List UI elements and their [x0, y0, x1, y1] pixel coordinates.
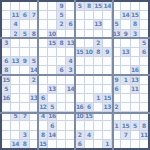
cell-r4c12[interactable]: [103, 30, 111, 38]
cell-r5c7: 8: [57, 39, 65, 47]
cell-r7c10[interactable]: [85, 57, 93, 65]
cell-r8c14[interactable]: [121, 66, 129, 74]
cell-r12c8[interactable]: [66, 103, 74, 111]
cell-r1c5[interactable]: [39, 2, 47, 10]
cell-r3c6[interactable]: [48, 20, 56, 28]
cell-r5c14[interactable]: [121, 39, 129, 47]
cell-r10c8: 14: [66, 85, 74, 93]
cell-r7c5[interactable]: [39, 57, 47, 65]
cell-r16c12: 1: [103, 140, 111, 148]
cell-r9c7[interactable]: [57, 76, 65, 84]
cell-r7c7[interactable]: [57, 57, 65, 65]
cell-r9c6[interactable]: [48, 76, 56, 84]
cell-r5c2[interactable]: [11, 39, 19, 47]
cell-r16c7[interactable]: [57, 140, 65, 148]
cell-r10c12[interactable]: [103, 85, 111, 93]
cell-r13c14[interactable]: [121, 112, 129, 120]
cell-r2c8[interactable]: [66, 11, 74, 19]
cell-r8c2[interactable]: [11, 66, 19, 74]
cell-r14c1[interactable]: [2, 121, 10, 129]
cell-r13c2: 5: [11, 112, 19, 120]
cell-r5c10[interactable]: [85, 39, 93, 47]
cell-r10c6: 13: [48, 85, 56, 93]
cell-r10c9[interactable]: [76, 85, 84, 93]
cell-r10c10[interactable]: [85, 85, 93, 93]
cell-r7c16[interactable]: [140, 57, 148, 65]
cell-r2c16[interactable]: [140, 11, 148, 19]
cell-r11c7[interactable]: [57, 94, 65, 102]
cell-r15c1[interactable]: [2, 131, 10, 139]
cell-r15c9: 2: [76, 131, 84, 139]
cell-r11c11: 1: [94, 94, 102, 102]
cell-r1c8[interactable]: [66, 2, 74, 10]
cell-r8c5[interactable]: [39, 66, 47, 74]
cell-r11c4: 13: [30, 94, 38, 102]
cell-r15c12[interactable]: [103, 131, 111, 139]
cell-r4c2: 2: [11, 30, 19, 38]
cell-r6c7[interactable]: [57, 48, 65, 56]
cell-r9c12[interactable]: [103, 76, 111, 84]
cell-r8c3[interactable]: [20, 66, 28, 74]
cell-r13c8[interactable]: [66, 112, 74, 120]
cell-r16c11[interactable]: [94, 140, 102, 148]
cell-r3c9[interactable]: [76, 20, 84, 28]
cell-r4c9[interactable]: [76, 30, 84, 38]
cell-r11c15[interactable]: [131, 94, 139, 102]
cell-r8c9[interactable]: [76, 66, 84, 74]
cell-r10c13: 6: [112, 85, 120, 93]
cell-r2c7: 5: [57, 11, 65, 19]
cell-r3c11: 13: [94, 20, 102, 28]
cell-r5c16: 5: [140, 39, 148, 47]
cell-r6c11: 8: [94, 48, 102, 56]
cell-r13c11[interactable]: [94, 112, 102, 120]
cell-r12c7[interactable]: [57, 103, 65, 111]
cell-r1c1[interactable]: [2, 2, 10, 10]
cell-r7c2: 13: [11, 57, 19, 65]
cell-r4c8[interactable]: [66, 30, 74, 38]
cell-r6c13[interactable]: [112, 48, 120, 56]
cell-r15c4[interactable]: [30, 131, 38, 139]
cell-r4c10[interactable]: [85, 30, 93, 38]
cell-r16c15[interactable]: [131, 140, 139, 148]
cell-r14c3[interactable]: [20, 121, 28, 129]
cell-r8c7: 6: [57, 66, 65, 74]
cell-r15c16: 11: [140, 131, 148, 139]
cell-r4c7[interactable]: [57, 30, 65, 38]
cell-r15c7[interactable]: [57, 131, 65, 139]
cell-r7c13[interactable]: [112, 57, 120, 65]
cell-r10c2[interactable]: [11, 85, 19, 93]
cell-r14c12[interactable]: [103, 121, 111, 129]
cell-r2c9[interactable]: [76, 11, 84, 19]
cell-r12c2[interactable]: [11, 103, 19, 111]
cell-r2c15: 15: [131, 11, 139, 19]
cell-r6c15[interactable]: [131, 48, 139, 56]
cell-r5c9[interactable]: [76, 39, 84, 47]
cell-r4c4: 8: [30, 30, 38, 38]
cell-r3c15: 8: [131, 20, 139, 28]
cell-r8c4: 14: [30, 66, 38, 74]
cell-r3c14[interactable]: [121, 20, 129, 28]
cell-r15c6: 14: [48, 131, 56, 139]
cell-r11c8[interactable]: [66, 94, 74, 102]
cell-r15c8[interactable]: [66, 131, 74, 139]
cell-r13c3: 7: [20, 112, 28, 120]
cell-r8c10[interactable]: [85, 66, 93, 74]
cell-r5c13[interactable]: [112, 39, 120, 47]
cell-r1c2[interactable]: [11, 2, 19, 10]
cell-r9c15: 13: [131, 76, 139, 84]
cell-r5c5[interactable]: [39, 39, 47, 47]
cell-r7c11[interactable]: [94, 57, 102, 65]
cell-r12c11[interactable]: [94, 103, 102, 111]
cell-r1c12: 14: [103, 2, 111, 10]
cell-r6c14: 13: [121, 48, 129, 56]
cell-r14c5[interactable]: [39, 121, 47, 129]
cell-r12c12: 13: [103, 103, 111, 111]
cell-r6c4[interactable]: [30, 48, 38, 56]
cell-r5c6: 15: [48, 39, 56, 47]
cell-r8c12[interactable]: [103, 66, 111, 74]
cell-r12c6: 5: [48, 103, 56, 111]
cell-r11c9[interactable]: [76, 94, 84, 102]
cell-r14c14: 15: [121, 121, 129, 129]
cell-r3c12[interactable]: [103, 20, 111, 28]
cell-r9c4: 2: [30, 76, 38, 84]
cell-r2c2: 11: [11, 11, 19, 19]
cell-r7c12[interactable]: [103, 57, 111, 65]
cell-r16c6[interactable]: [48, 140, 56, 148]
cell-r13c10: 15: [85, 112, 93, 120]
cell-r15c15[interactable]: [131, 131, 139, 139]
cell-r14c6: 6: [48, 121, 56, 129]
cell-r9c14: 1: [121, 76, 129, 84]
cell-r11c16[interactable]: [140, 94, 148, 102]
cell-r4c16[interactable]: [140, 30, 148, 38]
cell-r15c13[interactable]: [112, 131, 120, 139]
cell-r10c16[interactable]: [140, 85, 148, 93]
cell-r6c12: 9: [103, 48, 111, 56]
cell-r2c5[interactable]: [39, 11, 47, 19]
cell-r14c7[interactable]: [57, 121, 65, 129]
cell-r15c2[interactable]: [11, 131, 19, 139]
cell-r10c3[interactable]: [20, 85, 28, 93]
cell-r9c13: 9: [112, 76, 120, 84]
cell-r16c10[interactable]: [85, 140, 93, 148]
cell-r14c15: 5: [131, 121, 139, 129]
cell-r2c4: 7: [30, 11, 38, 19]
cell-r14c2[interactable]: [11, 121, 19, 129]
cell-r6c1[interactable]: [2, 48, 10, 56]
cell-r16c3: 8: [20, 140, 28, 148]
cell-r9c9[interactable]: [76, 76, 84, 84]
cell-r12c1[interactable]: [2, 103, 10, 111]
cell-r3c4[interactable]: [30, 20, 38, 28]
cell-r10c4[interactable]: [30, 85, 38, 93]
cell-r11c12: 15: [103, 94, 111, 102]
cell-r16c16[interactable]: [140, 140, 148, 148]
cell-r16c4[interactable]: [30, 140, 38, 148]
sudoku-grid: 9581514116751415426135825810139331581325…: [0, 0, 150, 150]
cell-r12c16[interactable]: [140, 103, 148, 111]
cell-r3c16[interactable]: [140, 20, 148, 28]
cell-r1c9: 5: [76, 2, 84, 10]
cell-r13c5: 4: [39, 112, 47, 120]
cell-r6c9: 15: [76, 48, 84, 56]
cell-r13c6: 16: [48, 112, 56, 120]
cell-r1c15[interactable]: [131, 2, 139, 10]
cell-r11c5: 6: [39, 94, 47, 102]
cell-r2c10[interactable]: [85, 11, 93, 19]
cell-r10c5[interactable]: [39, 85, 47, 93]
cell-r15c3: 3: [20, 131, 28, 139]
cell-r12c9: 16: [76, 103, 84, 111]
cell-r11c14[interactable]: [121, 94, 129, 102]
cell-r13c9: 10: [76, 112, 84, 120]
cell-r13c7[interactable]: [57, 112, 65, 120]
cell-r9c16[interactable]: [140, 76, 148, 84]
cell-r7c15[interactable]: [131, 57, 139, 65]
cell-r7c9[interactable]: [76, 57, 84, 65]
cell-r16c13[interactable]: [112, 140, 120, 148]
cell-r3c3[interactable]: [20, 20, 28, 28]
cell-r7c1: 6: [2, 57, 10, 65]
cell-r12c14[interactable]: [121, 103, 129, 111]
cell-r11c13[interactable]: [112, 94, 120, 102]
cell-r7c14[interactable]: [121, 57, 129, 65]
cell-r3c5[interactable]: [39, 20, 47, 28]
cell-r16c2: 14: [11, 140, 19, 148]
cell-r11c6[interactable]: [48, 94, 56, 102]
cell-r4c11[interactable]: [94, 30, 102, 38]
cell-r8c6[interactable]: [48, 66, 56, 74]
cell-r16c5: 15: [39, 140, 47, 148]
cell-r9c5[interactable]: [39, 76, 47, 84]
cell-r5c3[interactable]: [20, 39, 28, 47]
cell-r2c6[interactable]: [48, 11, 56, 19]
cell-r16c14[interactable]: [121, 140, 129, 148]
cell-r8c1: 8: [2, 66, 10, 74]
cell-r14c4[interactable]: [30, 121, 38, 129]
cell-r11c1: 16: [2, 94, 10, 102]
cell-r2c3: 6: [20, 11, 28, 19]
cell-r2c1[interactable]: [2, 11, 10, 19]
cell-r2c14: 14: [121, 11, 129, 19]
cell-r14c9[interactable]: [76, 121, 84, 129]
cell-r6c8[interactable]: [66, 48, 74, 56]
cell-r3c1[interactable]: [2, 20, 10, 28]
cell-r7c6[interactable]: [48, 57, 56, 65]
cell-r11c10[interactable]: [85, 94, 93, 102]
cell-r13c12[interactable]: [103, 112, 111, 120]
cell-r14c10[interactable]: [85, 121, 93, 129]
cell-r9c2[interactable]: [11, 76, 19, 84]
cell-r16c1[interactable]: [2, 140, 10, 148]
cell-r7c8: 4: [66, 57, 74, 65]
cell-r13c16[interactable]: [140, 112, 148, 120]
cell-r8c11[interactable]: [94, 66, 102, 74]
cell-r15c5: 8: [39, 131, 47, 139]
cell-r9c10[interactable]: [85, 76, 93, 84]
cell-r3c13: 5: [112, 20, 120, 28]
cell-r9c3[interactable]: [20, 76, 28, 84]
cell-r5c15[interactable]: [131, 39, 139, 47]
cell-r4c15: 3: [131, 30, 139, 38]
cell-r12c10: 6: [85, 103, 93, 111]
cell-r3c7: 2: [57, 20, 65, 28]
cell-r15c11[interactable]: [94, 131, 102, 139]
cell-r10c14[interactable]: [121, 85, 129, 93]
cell-r1c14[interactable]: [121, 2, 129, 10]
cell-r1c13[interactable]: [112, 2, 120, 10]
cell-r3c2: 4: [11, 20, 19, 28]
cell-r1c16[interactable]: [140, 2, 148, 10]
cell-r15c10: 4: [85, 131, 93, 139]
cell-r4c13: 13: [112, 30, 120, 38]
cell-r3c10[interactable]: [85, 20, 93, 28]
cell-r11c2[interactable]: [11, 94, 19, 102]
cell-r8c16[interactable]: [140, 66, 148, 74]
cell-r14c8[interactable]: [66, 121, 74, 129]
cell-r8c15: 16: [131, 66, 139, 74]
cell-r12c13: 2: [112, 103, 120, 111]
cell-r6c6[interactable]: [48, 48, 56, 56]
cell-r1c11: 15: [94, 2, 102, 10]
cell-r10c1: 5: [2, 85, 10, 93]
cell-r13c13[interactable]: [112, 112, 120, 120]
cell-r1c3[interactable]: [20, 2, 28, 10]
cell-r10c11[interactable]: [94, 85, 102, 93]
cell-r1c4[interactable]: [30, 2, 38, 10]
cell-r4c5[interactable]: [39, 30, 47, 38]
cell-r14c16: 8: [140, 121, 148, 129]
cell-r10c7[interactable]: [57, 85, 65, 93]
cell-r1c6[interactable]: [48, 2, 56, 10]
cell-r9c8[interactable]: [66, 76, 74, 84]
cell-r5c8: 13: [66, 39, 74, 47]
cell-r8c8: 3: [66, 66, 74, 74]
cell-r12c5: 12: [39, 103, 47, 111]
cell-r13c15[interactable]: [131, 112, 139, 120]
cell-r9c11[interactable]: [94, 76, 102, 84]
cell-r2c11[interactable]: [94, 11, 102, 19]
cell-r6c5[interactable]: [39, 48, 47, 56]
cell-r14c13: 1: [112, 121, 120, 129]
cell-r16c8[interactable]: [66, 140, 74, 148]
cell-r12c4[interactable]: [30, 103, 38, 111]
cell-r13c4[interactable]: [30, 112, 38, 120]
cell-r16c9: 6: [76, 140, 84, 148]
cell-r1c7: 9: [57, 2, 65, 10]
cell-r13c1[interactable]: [2, 112, 10, 120]
cell-r12c15[interactable]: [131, 103, 139, 111]
cell-r5c1: 3: [2, 39, 10, 47]
cell-r10c15: 11: [131, 85, 139, 93]
cell-r4c14: 9: [121, 30, 129, 38]
cell-r5c4[interactable]: [30, 39, 38, 47]
cell-r8c13[interactable]: [112, 66, 120, 74]
cell-r14c11[interactable]: [94, 121, 102, 129]
cell-r5c11: 2: [94, 39, 102, 47]
cell-r7c3: 9: [20, 57, 28, 65]
cell-r15c14: 7: [121, 131, 129, 139]
cell-r6c3[interactable]: [20, 48, 28, 56]
cell-r7c4: 5: [30, 57, 38, 65]
cell-r9c1: 15: [2, 76, 10, 84]
cell-r2c12[interactable]: [103, 11, 111, 19]
cell-r1c10: 8: [85, 2, 93, 10]
cell-r12c3[interactable]: [20, 103, 28, 111]
cell-r2c13[interactable]: [112, 11, 120, 19]
cell-r4c3: 5: [20, 30, 28, 38]
cell-r6c2[interactable]: [11, 48, 19, 56]
cell-r3c8: 6: [66, 20, 74, 28]
cell-r6c16: 6: [140, 48, 148, 56]
cell-r4c6: 10: [48, 30, 56, 38]
sudoku-board: 9581514116751415426135825810139331581325…: [0, 0, 150, 150]
cell-r11c3[interactable]: [20, 94, 28, 102]
cell-r4c1[interactable]: [2, 30, 10, 38]
cell-r6c10: 10: [85, 48, 93, 56]
cell-r5c12[interactable]: [103, 39, 111, 47]
